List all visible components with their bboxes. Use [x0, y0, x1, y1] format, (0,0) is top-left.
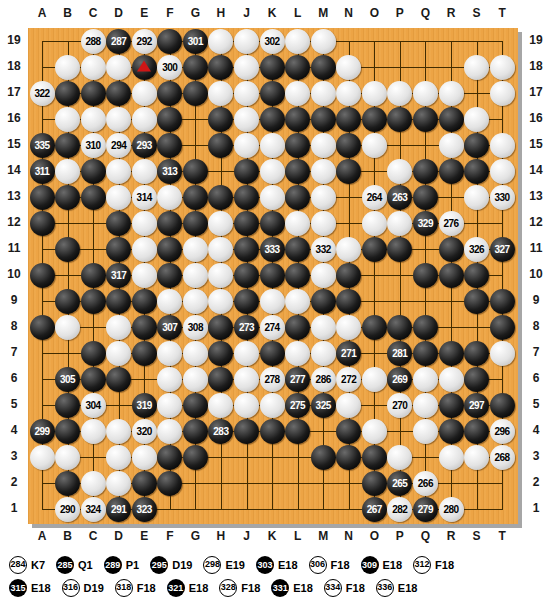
caption-entry-321: 321E18 — [167, 579, 209, 597]
stone-G7 — [183, 341, 208, 366]
caption-entry-331: 331E18 — [271, 579, 313, 597]
caption-stone-328: 328 — [219, 579, 237, 597]
go-board[interactable]: 2882872923013023003223353102942933113133… — [28, 28, 518, 524]
stone-C13 — [81, 185, 106, 210]
stone-L19 — [285, 29, 310, 54]
stone-E10 — [132, 263, 157, 288]
stone-C7 — [81, 341, 106, 366]
stone-A10 — [30, 263, 55, 288]
stone-O13: 264 — [362, 185, 387, 210]
stone-R11 — [439, 237, 464, 262]
column-label-B: B — [55, 6, 81, 20]
stone-D9 — [106, 289, 131, 314]
stone-J7 — [234, 341, 259, 366]
stone-O16 — [362, 107, 387, 132]
stone-P7: 281 — [387, 341, 412, 366]
caption-location: E18 — [31, 582, 51, 594]
stone-P1: 282 — [387, 497, 412, 522]
stone-P14 — [387, 159, 412, 184]
caption-stone-318: 318 — [115, 579, 133, 597]
stone-D15: 294 — [106, 133, 131, 158]
stone-N10 — [336, 263, 361, 288]
stone-S16 — [464, 107, 489, 132]
stone-L8 — [285, 315, 310, 340]
caption-location: F18 — [435, 559, 454, 571]
stone-K13 — [260, 185, 285, 210]
stone-K8: 274 — [260, 315, 285, 340]
stone-R10 — [439, 263, 464, 288]
caption-location: E19 — [225, 559, 245, 571]
stone-N4 — [336, 419, 361, 444]
column-label-A: A — [29, 529, 55, 543]
row-label-7: 7 — [2, 345, 26, 359]
stone-E5: 319 — [132, 393, 157, 418]
stone-Q14 — [413, 159, 438, 184]
column-label-G: G — [182, 6, 208, 20]
stone-F17 — [157, 81, 182, 106]
stone-M7 — [311, 341, 336, 366]
stone-B6: 305 — [55, 367, 80, 392]
stone-H16 — [208, 107, 233, 132]
column-label-P: P — [387, 529, 413, 543]
stone-K16 — [260, 107, 285, 132]
stone-H5 — [208, 393, 233, 418]
caption-entry-315: 315E18 — [9, 579, 51, 597]
stone-B5 — [55, 393, 80, 418]
row-label-16: 16 — [2, 111, 26, 125]
stone-D7 — [106, 341, 131, 366]
stone-R4 — [439, 419, 464, 444]
stone-E15: 293 — [132, 133, 157, 158]
caption-entry-289: 289P1 — [104, 556, 139, 574]
stone-F3 — [157, 445, 182, 470]
stone-Q10 — [413, 263, 438, 288]
stone-D14 — [106, 159, 131, 184]
stone-Q4 — [413, 419, 438, 444]
caption-stone-331: 331 — [271, 579, 289, 597]
stone-P5: 270 — [387, 393, 412, 418]
caption-row-2: 315E18316D19318F18321E18328F18331E18334F… — [9, 579, 417, 597]
row-label-1: 1 — [2, 501, 26, 515]
caption-entry-285: 285Q1 — [56, 556, 93, 574]
stone-D4 — [106, 419, 131, 444]
stone-T17 — [490, 81, 515, 106]
stone-B18 — [55, 55, 80, 80]
caption-entry-328: 328F18 — [219, 579, 260, 597]
column-label-M: M — [310, 529, 336, 543]
stone-B17 — [55, 81, 80, 106]
column-label-S: S — [464, 529, 490, 543]
stone-F18: 300 — [157, 55, 182, 80]
column-label-N: N — [336, 6, 362, 20]
stone-T11: 327 — [490, 237, 515, 262]
stone-E19: 292 — [132, 29, 157, 54]
row-label-3: 3 — [524, 449, 548, 463]
stone-G6 — [183, 367, 208, 392]
stone-H18 — [208, 55, 233, 80]
stone-J6 — [234, 367, 259, 392]
stone-K9 — [260, 289, 285, 314]
stone-G11 — [183, 237, 208, 262]
stone-F4 — [157, 419, 182, 444]
stone-P13: 263 — [387, 185, 412, 210]
row-label-9: 9 — [2, 293, 26, 307]
stone-A15: 335 — [30, 133, 55, 158]
stone-S3 — [464, 445, 489, 470]
stone-K11: 333 — [260, 237, 285, 262]
stone-G10 — [183, 263, 208, 288]
row-label-6: 6 — [524, 371, 548, 385]
column-label-C: C — [80, 529, 106, 543]
caption-stone-306: 306 — [309, 556, 327, 574]
caption-location: E18 — [383, 559, 403, 571]
stone-F11 — [157, 237, 182, 262]
stone-N17 — [336, 81, 361, 106]
stone-C17 — [81, 81, 106, 106]
row-label-13: 13 — [2, 189, 26, 203]
stone-N8 — [336, 315, 361, 340]
row-label-17: 17 — [2, 85, 26, 99]
stone-R12: 276 — [439, 211, 464, 236]
stone-T18 — [490, 55, 515, 80]
stone-M13 — [311, 185, 336, 210]
stone-F19 — [157, 29, 182, 54]
column-label-B: B — [55, 529, 81, 543]
stone-E16 — [132, 107, 157, 132]
stone-J17 — [234, 81, 259, 106]
stone-T4: 296 — [490, 419, 515, 444]
stone-N7: 271 — [336, 341, 361, 366]
stone-M8 — [311, 315, 336, 340]
column-label-G: G — [182, 529, 208, 543]
stone-C14 — [81, 159, 106, 184]
stone-S5: 297 — [464, 393, 489, 418]
stone-R6 — [439, 367, 464, 392]
stone-G4 — [183, 419, 208, 444]
caption-entry-316: 316D19 — [62, 579, 104, 597]
caption-entry-309: 309E18 — [361, 556, 403, 574]
caption-entry-306: 306F18 — [309, 556, 350, 574]
column-label-P: P — [387, 6, 413, 20]
stone-E12 — [132, 211, 157, 236]
column-label-O: O — [361, 6, 387, 20]
stone-J5 — [234, 393, 259, 418]
row-label-19: 19 — [524, 33, 548, 47]
stone-J11 — [234, 237, 259, 262]
caption-stone-303: 303 — [256, 556, 274, 574]
stone-O1: 267 — [362, 497, 387, 522]
caption-stone-298: 298 — [203, 556, 221, 574]
stone-P6: 269 — [387, 367, 412, 392]
stone-D2 — [106, 471, 131, 496]
stone-L12 — [285, 211, 310, 236]
stone-D19: 287 — [106, 29, 131, 54]
stone-G19: 301 — [183, 29, 208, 54]
stone-H8 — [208, 315, 233, 340]
stone-N5 — [336, 393, 361, 418]
stone-K6: 278 — [260, 367, 285, 392]
row-label-2: 2 — [524, 475, 548, 489]
stone-K14 — [260, 159, 285, 184]
stone-N18 — [336, 55, 361, 80]
stone-Q17 — [413, 81, 438, 106]
row-label-10: 10 — [524, 267, 548, 281]
stone-A17: 322 — [30, 81, 55, 106]
stone-P3 — [387, 445, 412, 470]
stone-K4 — [260, 419, 285, 444]
stone-M18 — [311, 55, 336, 80]
caption-entry-298: 298E19 — [203, 556, 245, 574]
row-label-14: 14 — [2, 163, 26, 177]
stone-L10 — [285, 263, 310, 288]
stone-T8 — [490, 315, 515, 340]
caption-stone-315: 315 — [9, 579, 27, 597]
stone-A14: 311 — [30, 159, 55, 184]
stone-H7 — [208, 341, 233, 366]
stone-G8: 308 — [183, 315, 208, 340]
stone-N14 — [336, 159, 361, 184]
stone-T9 — [490, 289, 515, 314]
stone-F5 — [157, 393, 182, 418]
stone-M5: 325 — [311, 393, 336, 418]
stone-Q8 — [413, 315, 438, 340]
stone-H19 — [208, 29, 233, 54]
stone-C18 — [81, 55, 106, 80]
stone-N11 — [336, 237, 361, 262]
row-label-5: 5 — [524, 397, 548, 411]
row-label-16: 16 — [524, 111, 548, 125]
stone-E11 — [132, 237, 157, 262]
caption-location: F18 — [346, 582, 365, 594]
stone-R3 — [439, 445, 464, 470]
stone-L4 — [285, 419, 310, 444]
stone-C1: 324 — [81, 497, 106, 522]
column-label-Q: Q — [412, 6, 438, 20]
stone-O11 — [362, 237, 387, 262]
column-label-E: E — [131, 529, 157, 543]
caption-entry-312: 312F18 — [413, 556, 454, 574]
stone-B3 — [55, 445, 80, 470]
stone-M9 — [311, 289, 336, 314]
stone-P11 — [387, 237, 412, 262]
row-label-12: 12 — [524, 215, 548, 229]
caption-entry-284: 284K7 — [9, 556, 45, 574]
column-label-N: N — [336, 529, 362, 543]
row-label-19: 19 — [2, 33, 26, 47]
caption-location: F18 — [137, 582, 156, 594]
stone-M16 — [311, 107, 336, 132]
row-label-4: 4 — [2, 423, 26, 437]
stone-L16 — [285, 107, 310, 132]
stone-Q16 — [413, 107, 438, 132]
row-label-13: 13 — [524, 189, 548, 203]
stone-A8 — [30, 315, 55, 340]
stone-F8: 307 — [157, 315, 182, 340]
stone-E1: 323 — [132, 497, 157, 522]
stone-L18 — [285, 55, 310, 80]
stone-R16 — [439, 107, 464, 132]
caption-stone-309: 309 — [361, 556, 379, 574]
caption-stone-312: 312 — [413, 556, 431, 574]
stone-H9 — [208, 289, 233, 314]
stone-J19 — [234, 29, 259, 54]
stone-C15: 310 — [81, 133, 106, 158]
caption-location: Q1 — [78, 559, 93, 571]
caption-stone-295: 295 — [150, 556, 168, 574]
row-label-17: 17 — [524, 85, 548, 99]
stone-R14 — [439, 159, 464, 184]
caption-location: P1 — [126, 559, 139, 571]
stone-E2 — [132, 471, 157, 496]
column-label-C: C — [80, 6, 106, 20]
stone-L9 — [285, 289, 310, 314]
row-label-1: 1 — [524, 501, 548, 515]
stone-B15 — [55, 133, 80, 158]
row-label-10: 10 — [2, 267, 26, 281]
stone-E14 — [132, 159, 157, 184]
stone-M3 — [311, 445, 336, 470]
stone-O4 — [362, 419, 387, 444]
stone-K19: 302 — [260, 29, 285, 54]
stone-S6 — [464, 367, 489, 392]
stone-T14 — [490, 159, 515, 184]
column-label-L: L — [285, 6, 311, 20]
stone-J8: 273 — [234, 315, 259, 340]
stone-D10: 317 — [106, 263, 131, 288]
stone-D13 — [106, 185, 131, 210]
stone-M11: 332 — [311, 237, 336, 262]
stone-B16 — [55, 107, 80, 132]
stone-M6: 286 — [311, 367, 336, 392]
column-label-K: K — [259, 6, 285, 20]
caption-location: E18 — [189, 582, 209, 594]
stone-D3 — [106, 445, 131, 470]
stone-R5 — [439, 393, 464, 418]
go-diagram-page: 2882872923013023003223353102942933113133… — [0, 0, 550, 607]
stone-C2 — [81, 471, 106, 496]
stone-B13 — [55, 185, 80, 210]
stone-P2: 265 — [387, 471, 412, 496]
column-label-D: D — [106, 529, 132, 543]
stone-R1: 280 — [439, 497, 464, 522]
stone-E18 — [132, 55, 157, 80]
column-label-R: R — [438, 529, 464, 543]
stone-M14 — [311, 159, 336, 184]
column-label-K: K — [259, 529, 285, 543]
stone-O17 — [362, 81, 387, 106]
column-label-J: J — [234, 529, 260, 543]
stone-J10 — [234, 263, 259, 288]
stone-N3 — [336, 445, 361, 470]
stone-H17 — [208, 81, 233, 106]
caption-location: E18 — [398, 582, 418, 594]
stone-M10 — [311, 263, 336, 288]
stone-F13 — [157, 185, 182, 210]
stone-E13: 314 — [132, 185, 157, 210]
stone-H10 — [208, 263, 233, 288]
stone-J13 — [234, 185, 259, 210]
row-label-3: 3 — [2, 449, 26, 463]
stone-J16 — [234, 107, 259, 132]
row-label-18: 18 — [524, 59, 548, 73]
stone-S14 — [464, 159, 489, 184]
row-label-8: 8 — [524, 319, 548, 333]
row-label-2: 2 — [2, 475, 26, 489]
caption-stone-289: 289 — [104, 556, 122, 574]
row-label-9: 9 — [524, 293, 548, 307]
stone-S9 — [464, 289, 489, 314]
column-label-H: H — [208, 529, 234, 543]
stone-J14 — [234, 159, 259, 184]
column-label-L: L — [285, 529, 311, 543]
row-label-15: 15 — [2, 137, 26, 151]
stone-S7 — [464, 341, 489, 366]
stone-G14 — [183, 159, 208, 184]
stone-L6: 277 — [285, 367, 310, 392]
caption-location: D19 — [172, 559, 192, 571]
stone-D8 — [106, 315, 131, 340]
stone-L11 — [285, 237, 310, 262]
caption-location: F18 — [331, 559, 350, 571]
row-label-14: 14 — [524, 163, 548, 177]
stone-S15 — [464, 133, 489, 158]
stone-B1: 290 — [55, 497, 80, 522]
stone-C16 — [81, 107, 106, 132]
stone-R15 — [439, 133, 464, 158]
triangle-marker-icon — [137, 61, 151, 72]
stone-F15 — [157, 133, 182, 158]
row-label-18: 18 — [2, 59, 26, 73]
stone-G12 — [183, 211, 208, 236]
stone-L7 — [285, 341, 310, 366]
caption-stone-334: 334 — [324, 579, 342, 597]
stone-H11 — [208, 237, 233, 262]
caption-stone-285: 285 — [56, 556, 74, 574]
caption-stone-316: 316 — [62, 579, 80, 597]
stone-H13 — [208, 185, 233, 210]
column-label-E: E — [131, 6, 157, 20]
stone-K7 — [260, 341, 285, 366]
stone-R7 — [439, 341, 464, 366]
stone-H12 — [208, 211, 233, 236]
stone-C19: 288 — [81, 29, 106, 54]
column-label-S: S — [464, 6, 490, 20]
column-label-T: T — [489, 529, 515, 543]
stone-C4 — [81, 419, 106, 444]
stone-G18 — [183, 55, 208, 80]
stone-T5 — [490, 393, 515, 418]
stone-O2 — [362, 471, 387, 496]
stone-D11 — [106, 237, 131, 262]
row-label-6: 6 — [2, 371, 26, 385]
caption-stone-321: 321 — [167, 579, 185, 597]
stone-G9 — [183, 289, 208, 314]
stone-B14 — [55, 159, 80, 184]
stone-K10 — [260, 263, 285, 288]
stone-O8 — [362, 315, 387, 340]
caption-location: D19 — [84, 582, 104, 594]
stone-F2 — [157, 471, 182, 496]
stone-N6: 272 — [336, 367, 361, 392]
column-label-T: T — [489, 6, 515, 20]
stone-Q1: 279 — [413, 497, 438, 522]
stone-B8 — [55, 315, 80, 340]
column-label-F: F — [157, 529, 183, 543]
stone-G3 — [183, 445, 208, 470]
column-label-O: O — [361, 529, 387, 543]
caption-location: K7 — [31, 559, 45, 571]
stone-N15 — [336, 133, 361, 158]
